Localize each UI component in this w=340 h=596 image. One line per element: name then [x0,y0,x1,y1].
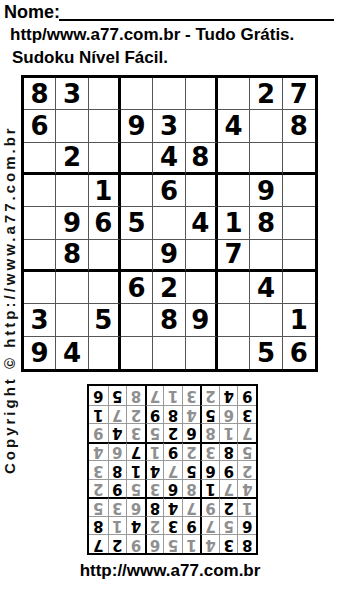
puzzle-cell-r2c5: 3 [153,110,185,142]
puzzle-cell-r3c1 [24,143,56,175]
puzzle-cell-r6c5: 9 [153,240,185,272]
solution-cell-r3c3: 9 [200,497,219,516]
solution-cell-r3c6: 8 [145,497,164,516]
solution-cell-r6c5: 9 [163,442,182,461]
puzzle-cell-r4c5: 6 [153,175,185,207]
puzzle-cell-r5c7: 1 [218,207,250,239]
solution-cell-r6c9: 4 [89,442,108,461]
puzzle-cell-r9c4 [121,337,153,369]
puzzle-cell-r4c1 [24,175,56,207]
puzzle-cell-r1c7 [218,78,250,110]
solution-cell-r4c2: 7 [219,479,238,498]
solution-cell-r3c8: 3 [108,497,127,516]
solution-cell-r5c3: 6 [200,460,219,479]
solution-cell-r8c7: 2 [126,405,145,424]
puzzle-cell-r5c3: 6 [89,207,121,239]
solution-cell-r3c4: 7 [182,497,201,516]
puzzle-cell-r2c2 [56,110,88,142]
puzzle-cell-r7c9 [283,272,315,304]
solution-cell-r1c7: 9 [126,534,145,553]
puzzle-cell-r8c5: 8 [153,304,185,336]
solution-cell-r9c5: 1 [163,386,182,405]
puzzle-cell-r2c7: 4 [218,110,250,142]
solution-cell-r9c3: 2 [200,386,219,405]
puzzle-cell-r4c8: 9 [250,175,282,207]
puzzle-cell-r8c4 [121,304,153,336]
solution-cell-r4c8: 9 [108,479,127,498]
puzzle-cell-r6c2: 8 [56,240,88,272]
solution-cell-r1c4: 1 [182,534,201,553]
solution-cell-r9c8: 5 [108,386,127,405]
puzzle-cell-r2c4: 9 [121,110,153,142]
solution-cell-r7c4: 6 [182,423,201,442]
solution-cell-r7c8: 4 [108,423,127,442]
main-sudoku-grid: 832769348248169965418897624358919456 [21,75,318,372]
puzzle-cell-r3c6: 8 [186,143,218,175]
solution-cell-r4c9: 2 [89,479,108,498]
solution-cell-r7c3: 8 [200,423,219,442]
puzzle-cell-r2c3 [89,110,121,142]
puzzle-cell-r8c9: 1 [283,304,315,336]
solution-cell-r9c2: 4 [219,386,238,405]
solution-cell-r1c8: 2 [108,534,127,553]
puzzle-cell-r9c1: 9 [24,337,56,369]
solution-cell-r5c4: 5 [182,460,201,479]
puzzle-cell-r6c4 [121,240,153,272]
solution-cell-r3c5: 4 [163,497,182,516]
solution-cell-r2c1: 6 [237,516,256,535]
solution-cell-r1c1: 8 [237,534,256,553]
solution-cell-r1c2: 3 [219,534,238,553]
puzzle-cell-r7c2 [56,272,88,304]
puzzle-cell-r4c4 [121,175,153,207]
solution-cell-r3c1: 1 [237,497,256,516]
puzzle-cell-r5c8: 8 [250,207,282,239]
puzzle-cell-r1c3 [89,78,121,110]
puzzle-cell-r6c1 [24,240,56,272]
puzzle-cell-r2c1: 6 [24,110,56,142]
solution-cell-r5c7: 1 [126,460,145,479]
solution-cell-r5c1: 2 [237,460,256,479]
solution-cell-r6c3: 3 [200,442,219,461]
solution-cell-r7c1: 7 [237,423,256,442]
puzzle-cell-r7c7 [218,272,250,304]
puzzle-cell-r4c3: 1 [89,175,121,207]
puzzle-cell-r9c9: 6 [283,337,315,369]
puzzle-cell-r9c8: 5 [250,337,282,369]
puzzle-cell-r6c6 [186,240,218,272]
puzzle-cell-r7c1 [24,272,56,304]
puzzle-cell-r4c7 [218,175,250,207]
solution-cell-r6c4: 2 [182,442,201,461]
solution-cell-r6c7: 7 [126,442,145,461]
puzzle-cell-r5c4: 5 [121,207,153,239]
puzzle-cell-r7c4: 6 [121,272,153,304]
solution-cell-r1c5: 5 [163,534,182,553]
puzzle-cell-r9c6 [186,337,218,369]
solution-cell-r4c4: 8 [182,479,201,498]
puzzle-cell-r1c4 [121,78,153,110]
solution-cell-r7c6: 5 [145,423,164,442]
solution-cell-r5c6: 4 [145,460,164,479]
puzzle-cell-r8c2 [56,304,88,336]
solution-cell-r4c3: 1 [200,479,219,498]
solution-cell-r9c6: 7 [145,386,164,405]
solution-cell-r2c5: 3 [163,516,182,535]
puzzle-cell-r7c6 [186,272,218,304]
puzzle-cell-r4c2 [56,175,88,207]
solution-cell-r6c8: 6 [108,442,127,461]
puzzle-cell-r7c8: 4 [250,272,282,304]
solution-cell-r9c1: 9 [237,386,256,405]
solution-cell-r4c6: 3 [145,479,164,498]
solution-cell-r7c9: 9 [89,423,108,442]
solution-cell-r7c2: 1 [219,423,238,442]
puzzle-cell-r1c5 [153,78,185,110]
puzzle-cell-r2c9: 8 [283,110,315,142]
puzzle-cell-r8c1: 3 [24,304,56,336]
solution-cell-r5c9: 3 [89,460,108,479]
solution-cell-r4c5: 6 [163,479,182,498]
copyright-vertical-text: Copyright © http://www.a77.com.br [1,82,18,474]
puzzle-cell-r3c8 [250,143,282,175]
puzzle-cell-r2c8 [250,110,282,142]
puzzle-cell-r5c9 [283,207,315,239]
puzzle-cell-r6c3 [89,240,121,272]
solution-cell-r2c6: 2 [145,516,164,535]
solution-cell-r2c2: 5 [219,516,238,535]
solution-cell-r5c5: 7 [163,460,182,479]
solution-cell-r2c3: 7 [200,516,219,535]
puzzle-cell-r1c1: 8 [24,78,56,110]
solution-cell-r2c7: 4 [126,516,145,535]
puzzle-cell-r3c9 [283,143,315,175]
solution-cell-r8c5: 8 [163,405,182,424]
solution-cell-r8c2: 6 [219,405,238,424]
puzzle-cell-r9c2: 4 [56,337,88,369]
solution-cell-r7c7: 3 [126,423,145,442]
solution-cell-r7c5: 2 [163,423,182,442]
puzzle-cell-r4c6 [186,175,218,207]
puzzle-cell-r9c3 [89,337,121,369]
puzzle-cell-r3c7 [218,143,250,175]
puzzle-cell-r6c8 [250,240,282,272]
solution-cell-r6c1: 5 [237,442,256,461]
solution-cell-r8c4: 4 [182,405,201,424]
puzzle-cell-r8c8 [250,304,282,336]
solution-cell-r2c8: 1 [108,516,127,535]
solution-cell-r4c7: 5 [126,479,145,498]
puzzle-cell-r3c3 [89,143,121,175]
puzzle-cell-r5c2: 9 [56,207,88,239]
puzzle-cell-r3c5: 4 [153,143,185,175]
puzzle-cell-r8c3: 5 [89,304,121,336]
puzzle-cell-r1c6 [186,78,218,110]
solution-cell-r8c3: 5 [200,405,219,424]
name-underline [59,5,334,21]
solution-cell-r8c8: 7 [108,405,127,424]
solution-cell-r9c4: 3 [182,386,201,405]
solution-cell-r8c6: 9 [145,405,164,424]
solution-cell-r4c1: 4 [237,479,256,498]
solution-cell-r9c7: 8 [126,386,145,405]
solution-cell-r2c4: 9 [182,516,201,535]
footer-url: http://www.a77.com.br [0,561,340,581]
solution-cell-r3c7: 6 [126,497,145,516]
puzzle-cell-r9c5 [153,337,185,369]
puzzle-cell-r3c4 [121,143,153,175]
puzzle-cell-r1c9: 7 [283,78,315,110]
puzzle-cell-r7c5: 2 [153,272,185,304]
solution-cell-r8c9: 1 [89,405,108,424]
puzzle-cell-r6c9 [283,240,315,272]
puzzle-cell-r5c1 [24,207,56,239]
puzzle-level-title: Sudoku Nível Fácil. [12,48,168,68]
solution-sudoku-grid: 8341569276579324181297486354718635922965… [87,384,258,555]
puzzle-cell-r5c6: 4 [186,207,218,239]
puzzle-cell-r5c5 [153,207,185,239]
puzzle-cell-r7c3 [89,272,121,304]
solution-cell-r1c6: 6 [145,534,164,553]
puzzle-cell-r8c7 [218,304,250,336]
puzzle-cell-r9c7 [218,337,250,369]
solution-cell-r3c9: 5 [89,497,108,516]
puzzle-cell-r6c7: 7 [218,240,250,272]
puzzle-cell-r2c6 [186,110,218,142]
solution-cell-r8c1: 3 [237,405,256,424]
solution-cell-r1c9: 7 [89,534,108,553]
puzzle-cell-r8c6: 9 [186,304,218,336]
solution-cell-r2c9: 8 [89,516,108,535]
solution-cell-r5c2: 9 [219,460,238,479]
solution-cell-r5c8: 8 [108,460,127,479]
puzzle-cell-r1c2: 3 [56,78,88,110]
puzzle-cell-r4c9 [283,175,315,207]
site-title: http/www.a77.com.br - Tudo Grátis. [10,25,294,45]
puzzle-cell-r3c2: 2 [56,143,88,175]
solution-cell-r9c9: 6 [89,386,108,405]
solution-cell-r6c6: 1 [145,442,164,461]
name-label: Nome: [4,2,60,23]
solution-cell-r6c2: 8 [219,442,238,461]
solution-cell-r1c3: 4 [200,534,219,553]
solution-cell-r3c2: 2 [219,497,238,516]
puzzle-cell-r1c8: 2 [250,78,282,110]
